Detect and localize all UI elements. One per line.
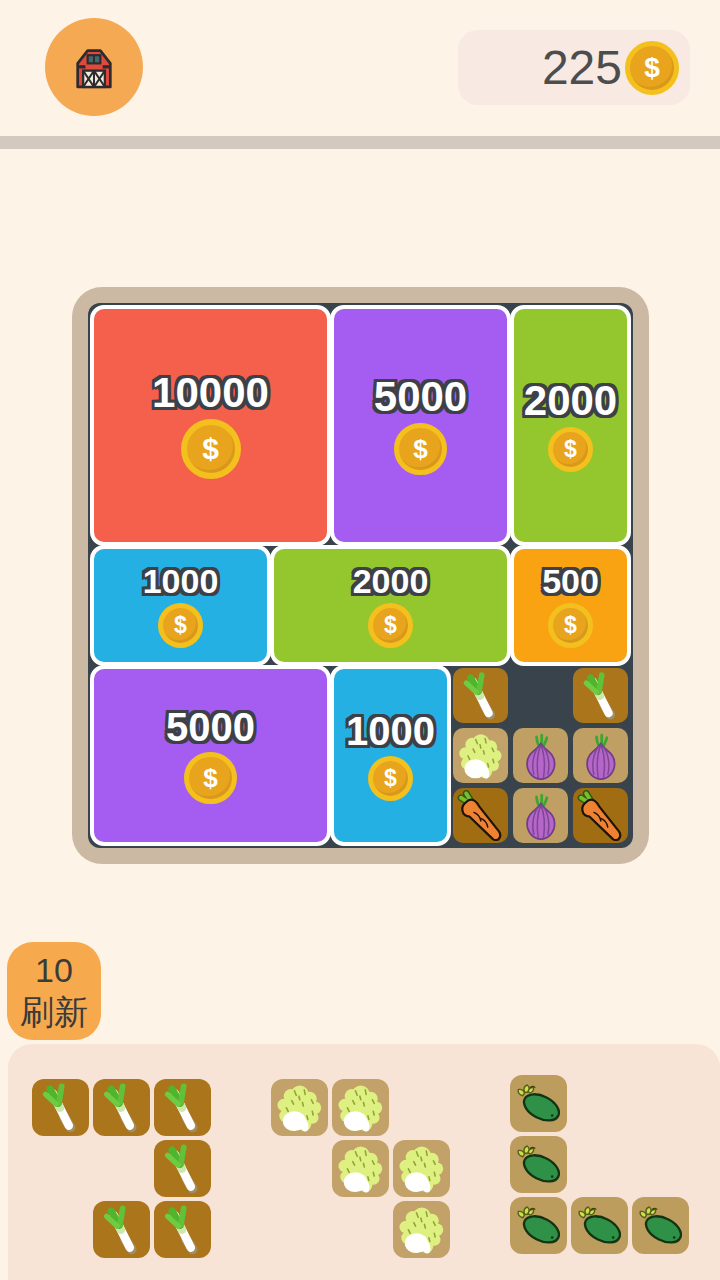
cabbage-icon — [273, 1081, 327, 1135]
refresh-count: 10 — [35, 949, 73, 992]
game-board: 10000$5000$2000$1000$2000$500$5000$1000$ — [72, 287, 649, 864]
board-cell-carrot[interactable] — [453, 788, 508, 843]
farm-avatar-button[interactable] — [45, 18, 143, 116]
piece-cell-cucumber — [510, 1136, 567, 1193]
tray-piece-cabbage[interactable] — [271, 1079, 450, 1258]
money-tile-2000[interactable]: 2000$ — [510, 305, 631, 546]
piece-cell-cabbage — [332, 1079, 389, 1136]
piece-cell-empty — [332, 1201, 389, 1258]
dollar-glyph: $ — [644, 52, 660, 84]
money-tile-1000[interactable]: 1000$ — [330, 665, 451, 846]
onion-icon — [515, 790, 567, 842]
piece-cell-leek — [154, 1201, 211, 1258]
cabbage-icon — [395, 1142, 449, 1196]
coin-counter: 225 $ — [458, 30, 690, 105]
cucumber-icon — [512, 1077, 566, 1131]
coin-icon: $ — [548, 427, 593, 472]
dollar-glyph: $ — [564, 436, 577, 463]
dollar-glyph: $ — [384, 765, 397, 792]
piece-cell-empty — [32, 1140, 89, 1197]
dollar-glyph: $ — [564, 612, 577, 639]
leek-icon — [156, 1142, 210, 1196]
board-cell-cabbage[interactable] — [453, 728, 508, 783]
money-tile-2000[interactable]: 2000$ — [270, 545, 511, 666]
dollar-glyph: $ — [413, 434, 427, 465]
refresh-button[interactable]: 10 刷新 — [7, 942, 101, 1040]
onion-icon — [515, 730, 567, 782]
piece-cell-empty — [571, 1136, 628, 1193]
leek-icon — [156, 1203, 210, 1257]
piece-cell-cucumber — [510, 1197, 567, 1254]
piece-cell-empty — [32, 1201, 89, 1258]
carrot-icon — [575, 790, 627, 842]
piece-cell-cucumber — [571, 1197, 628, 1254]
leek-icon — [95, 1081, 149, 1135]
piece-cell-empty — [632, 1136, 689, 1193]
cucumber-icon — [573, 1199, 627, 1253]
money-tile-value: 5000 — [166, 707, 255, 747]
coin-count: 225 — [542, 44, 622, 92]
money-tile-value: 2000 — [353, 564, 429, 598]
piece-cell-empty — [271, 1140, 328, 1197]
tray-piece-leek[interactable] — [32, 1079, 211, 1258]
money-tile-5000[interactable]: 5000$ — [90, 665, 331, 846]
piece-cell-empty — [93, 1140, 150, 1197]
board-cell-onion[interactable] — [513, 728, 568, 783]
board-grid: 10000$5000$2000$1000$2000$500$5000$1000$ — [93, 308, 628, 843]
money-tile-value: 500 — [542, 564, 599, 598]
dollar-glyph: $ — [203, 763, 217, 794]
board-cell-carrot[interactable] — [573, 788, 628, 843]
coin-icon: $ — [394, 423, 447, 476]
cabbage-icon — [334, 1142, 388, 1196]
cabbage-icon — [455, 730, 507, 782]
board-cell-onion[interactable] — [513, 788, 568, 843]
piece-cell-empty — [632, 1075, 689, 1132]
coin-icon: $ — [184, 752, 237, 805]
piece-cell-cabbage — [271, 1079, 328, 1136]
money-tile-value: 10000 — [152, 372, 269, 414]
piece-cell-empty — [271, 1201, 328, 1258]
money-tile-500[interactable]: 500$ — [510, 545, 631, 666]
board-inner: 10000$5000$2000$1000$2000$500$5000$1000$ — [88, 303, 633, 848]
dollar-glyph: $ — [174, 612, 187, 639]
cabbage-icon — [395, 1203, 449, 1257]
coin-icon: $ — [548, 603, 593, 648]
piece-cell-leek — [93, 1079, 150, 1136]
piece-cell-cabbage — [332, 1140, 389, 1197]
cucumber-icon — [512, 1138, 566, 1192]
coin-icon: $ — [158, 603, 203, 648]
piece-cell-cabbage — [393, 1140, 450, 1197]
coin-icon: $ — [368, 756, 413, 801]
dollar-glyph: $ — [384, 612, 397, 639]
piece-cell-leek — [32, 1079, 89, 1136]
money-tile-value: 1000 — [346, 711, 435, 751]
leek-icon — [34, 1081, 88, 1135]
cucumber-icon — [634, 1199, 688, 1253]
piece-cell-empty — [571, 1075, 628, 1132]
cabbage-icon — [334, 1081, 388, 1135]
dollar-glyph: $ — [202, 432, 219, 466]
piece-cell-leek — [154, 1140, 211, 1197]
leek-icon — [95, 1203, 149, 1257]
piece-cell-cabbage — [393, 1201, 450, 1258]
money-tile-5000[interactable]: 5000$ — [330, 305, 511, 546]
coin-icon: $ — [181, 419, 241, 479]
piece-cell-empty — [393, 1079, 450, 1136]
piece-cell-cucumber — [510, 1075, 567, 1132]
leek-icon — [455, 670, 507, 722]
coin-icon: $ — [625, 41, 679, 95]
board-cell-leek[interactable] — [453, 668, 508, 723]
piece-cell-cucumber — [632, 1197, 689, 1254]
money-tile-1000[interactable]: 1000$ — [90, 545, 271, 666]
money-tile-value: 2000 — [524, 380, 617, 422]
money-tile-10000[interactable]: 10000$ — [90, 305, 331, 546]
money-tile-value: 5000 — [374, 376, 467, 418]
coin-icon: $ — [368, 603, 413, 648]
money-tile-value: 1000 — [143, 564, 219, 598]
barn-icon — [65, 38, 123, 96]
leek-icon — [575, 670, 627, 722]
tray-piece-cucumber[interactable] — [510, 1075, 689, 1254]
cucumber-icon — [512, 1199, 566, 1253]
board-cell-onion[interactable] — [573, 728, 628, 783]
carrot-icon — [455, 790, 507, 842]
app: { "game": "farm vegetable block-puzzle (… — [0, 0, 720, 1280]
piece-cell-leek — [154, 1079, 211, 1136]
leek-icon — [156, 1081, 210, 1135]
piece-cell-leek — [93, 1201, 150, 1258]
header-divider — [0, 136, 720, 149]
board-cell-leek[interactable] — [573, 668, 628, 723]
refresh-label: 刷新 — [20, 991, 88, 1034]
onion-icon — [575, 730, 627, 782]
